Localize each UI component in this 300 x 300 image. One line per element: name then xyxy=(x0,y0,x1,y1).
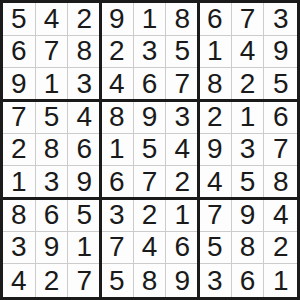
cell-r5c6[interactable]: 4 xyxy=(166,134,199,167)
cell-r3c1[interactable]: 9 xyxy=(3,68,36,101)
cell-r6c8[interactable]: 5 xyxy=(232,166,265,199)
cell-r6c1[interactable]: 1 xyxy=(3,166,36,199)
cell-r5c2[interactable]: 8 xyxy=(36,134,69,167)
cell-r6c3[interactable]: 9 xyxy=(68,166,101,199)
cell-r5c5[interactable]: 5 xyxy=(134,134,167,167)
cell-r4c3[interactable]: 4 xyxy=(68,101,101,134)
cell-r8c7[interactable]: 5 xyxy=(199,232,232,265)
cell-r3c9[interactable]: 5 xyxy=(264,68,297,101)
cell-r1c2[interactable]: 4 xyxy=(36,3,69,36)
cell-r6c4[interactable]: 6 xyxy=(101,166,134,199)
cell-r4c6[interactable]: 3 xyxy=(166,101,199,134)
cell-r9c2[interactable]: 2 xyxy=(36,264,69,297)
cell-r7c1[interactable]: 8 xyxy=(3,199,36,232)
sudoku-cells: 5429186736782351499134678257548932162861… xyxy=(3,3,297,297)
cell-r2c9[interactable]: 9 xyxy=(264,36,297,69)
cell-r2c6[interactable]: 5 xyxy=(166,36,199,69)
cell-r6c6[interactable]: 2 xyxy=(166,166,199,199)
cell-r4c9[interactable]: 6 xyxy=(264,101,297,134)
cell-r7c4[interactable]: 3 xyxy=(101,199,134,232)
cell-r9c3[interactable]: 7 xyxy=(68,264,101,297)
cell-r8c3[interactable]: 1 xyxy=(68,232,101,265)
cell-r9c5[interactable]: 8 xyxy=(134,264,167,297)
cell-r9c7[interactable]: 3 xyxy=(199,264,232,297)
cell-r6c7[interactable]: 4 xyxy=(199,166,232,199)
cell-r1c6[interactable]: 8 xyxy=(166,3,199,36)
cell-r2c7[interactable]: 1 xyxy=(199,36,232,69)
cell-r2c8[interactable]: 4 xyxy=(232,36,265,69)
cell-r3c5[interactable]: 6 xyxy=(134,68,167,101)
cell-r5c3[interactable]: 6 xyxy=(68,134,101,167)
cell-r1c9[interactable]: 3 xyxy=(264,3,297,36)
cell-r7c9[interactable]: 4 xyxy=(264,199,297,232)
cell-r5c7[interactable]: 9 xyxy=(199,134,232,167)
cell-r5c8[interactable]: 3 xyxy=(232,134,265,167)
cell-r8c6[interactable]: 6 xyxy=(166,232,199,265)
cell-r4c5[interactable]: 9 xyxy=(134,101,167,134)
cell-r1c8[interactable]: 7 xyxy=(232,3,265,36)
cell-r7c6[interactable]: 1 xyxy=(166,199,199,232)
cell-r2c1[interactable]: 6 xyxy=(3,36,36,69)
cell-r4c1[interactable]: 7 xyxy=(3,101,36,134)
cell-r3c4[interactable]: 4 xyxy=(101,68,134,101)
cell-r2c3[interactable]: 8 xyxy=(68,36,101,69)
cell-r2c5[interactable]: 3 xyxy=(134,36,167,69)
cell-r8c5[interactable]: 4 xyxy=(134,232,167,265)
cell-r8c4[interactable]: 7 xyxy=(101,232,134,265)
cell-r3c6[interactable]: 7 xyxy=(166,68,199,101)
cell-r6c5[interactable]: 7 xyxy=(134,166,167,199)
cell-r7c2[interactable]: 6 xyxy=(36,199,69,232)
cell-r9c1[interactable]: 4 xyxy=(3,264,36,297)
cell-r3c7[interactable]: 8 xyxy=(199,68,232,101)
sudoku-board: 5429186736782351499134678257548932162861… xyxy=(0,0,300,300)
cell-r1c7[interactable]: 6 xyxy=(199,3,232,36)
cell-r4c8[interactable]: 1 xyxy=(232,101,265,134)
cell-r5c4[interactable]: 1 xyxy=(101,134,134,167)
cell-r1c3[interactable]: 2 xyxy=(68,3,101,36)
cell-r5c9[interactable]: 7 xyxy=(264,134,297,167)
cell-r3c3[interactable]: 3 xyxy=(68,68,101,101)
cell-r3c8[interactable]: 2 xyxy=(232,68,265,101)
cell-r1c5[interactable]: 1 xyxy=(134,3,167,36)
cell-r2c4[interactable]: 2 xyxy=(101,36,134,69)
cell-r7c8[interactable]: 9 xyxy=(232,199,265,232)
cell-r1c4[interactable]: 9 xyxy=(101,3,134,36)
cell-r3c2[interactable]: 1 xyxy=(36,68,69,101)
cell-r9c6[interactable]: 9 xyxy=(166,264,199,297)
cell-r9c9[interactable]: 1 xyxy=(264,264,297,297)
cell-r2c2[interactable]: 7 xyxy=(36,36,69,69)
cell-r8c9[interactable]: 2 xyxy=(264,232,297,265)
cell-r5c1[interactable]: 2 xyxy=(3,134,36,167)
cell-r7c7[interactable]: 7 xyxy=(199,199,232,232)
cell-r7c5[interactable]: 2 xyxy=(134,199,167,232)
cell-r8c2[interactable]: 9 xyxy=(36,232,69,265)
cell-r4c7[interactable]: 2 xyxy=(199,101,232,134)
cell-r4c2[interactable]: 5 xyxy=(36,101,69,134)
cell-r1c1[interactable]: 5 xyxy=(3,3,36,36)
cell-r6c9[interactable]: 8 xyxy=(264,166,297,199)
cell-r4c4[interactable]: 8 xyxy=(101,101,134,134)
cell-r9c8[interactable]: 6 xyxy=(232,264,265,297)
cell-r8c1[interactable]: 3 xyxy=(3,232,36,265)
cell-r8c8[interactable]: 8 xyxy=(232,232,265,265)
cell-r6c2[interactable]: 3 xyxy=(36,166,69,199)
cell-r9c4[interactable]: 5 xyxy=(101,264,134,297)
cell-r7c3[interactable]: 5 xyxy=(68,199,101,232)
